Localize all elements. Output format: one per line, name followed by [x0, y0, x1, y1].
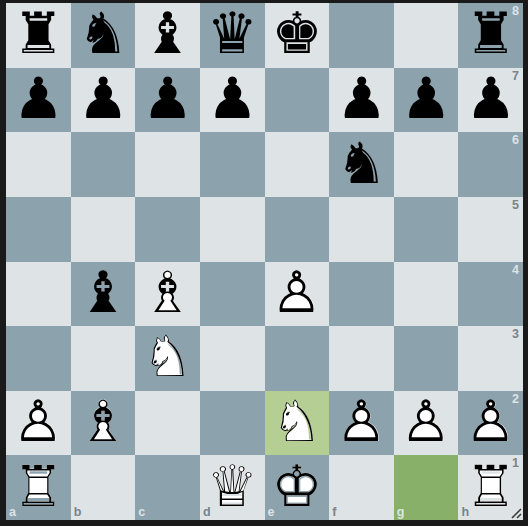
square-e2[interactable]: ♞♘ — [265, 391, 330, 456]
board-resize-handle[interactable] — [510, 507, 522, 519]
piece-black-king[interactable]: ♚ — [265, 3, 330, 68]
piece-glyph-outline: ♕ — [200, 455, 265, 520]
piece-glyph-fill: ♝ — [135, 3, 200, 68]
square-d6[interactable] — [200, 132, 265, 197]
coord-rank-3: 3 — [512, 327, 519, 341]
piece-black-rook[interactable]: ♜ — [6, 3, 71, 68]
piece-glyph-outline: ♔ — [265, 455, 330, 520]
square-g7[interactable]: ♟ — [394, 68, 459, 133]
square-c4[interactable]: ♝♗ — [135, 262, 200, 327]
square-g8[interactable] — [394, 3, 459, 68]
square-h2[interactable]: 2♟♙ — [458, 391, 523, 456]
square-b4[interactable]: ♝ — [71, 262, 136, 327]
square-g1[interactable]: g — [394, 455, 459, 520]
coord-rank-6: 6 — [512, 133, 519, 147]
square-b8[interactable]: ♞ — [71, 3, 136, 68]
piece-glyph-fill: ♞ — [71, 3, 136, 68]
coord-rank-4: 4 — [512, 263, 519, 277]
coord-file-g: g — [397, 505, 405, 519]
piece-white-pawn[interactable]: ♟♙ — [329, 391, 394, 456]
square-g4[interactable] — [394, 262, 459, 327]
square-b6[interactable] — [71, 132, 136, 197]
board-frame: ♜♞♝♛♚8♜♟♟♟♟♟♟7♟♞65♝♝♗♟♙4♞♘3♟♙♝♗♞♘♟♙♟♙2♟♙… — [0, 0, 528, 526]
piece-black-pawn[interactable]: ♟ — [458, 68, 523, 133]
piece-glyph-fill: ♜ — [458, 3, 523, 68]
square-g5[interactable] — [394, 197, 459, 262]
square-c6[interactable] — [135, 132, 200, 197]
square-b1[interactable]: b — [71, 455, 136, 520]
square-a1[interactable]: a♜♖ — [6, 455, 71, 520]
square-f3[interactable] — [329, 326, 394, 391]
piece-white-pawn[interactable]: ♟♙ — [6, 391, 71, 456]
square-h6[interactable]: 6 — [458, 132, 523, 197]
square-e8[interactable]: ♚ — [265, 3, 330, 68]
square-e1[interactable]: e♚♔ — [265, 455, 330, 520]
piece-white-knight[interactable]: ♞♘ — [265, 391, 330, 456]
piece-white-pawn[interactable]: ♟♙ — [394, 391, 459, 456]
square-h3[interactable]: 3 — [458, 326, 523, 391]
square-f1[interactable]: f — [329, 455, 394, 520]
piece-glyph-fill: ♟ — [329, 68, 394, 133]
coord-file-f: f — [332, 505, 336, 519]
piece-glyph-outline: ♘ — [265, 391, 330, 456]
square-a5[interactable] — [6, 197, 71, 262]
square-h1[interactable]: 1h♜♖ — [458, 455, 523, 520]
piece-black-pawn[interactable]: ♟ — [71, 68, 136, 133]
square-f8[interactable] — [329, 3, 394, 68]
piece-glyph-outline: ♗ — [71, 391, 136, 456]
piece-glyph-fill: ♛ — [200, 3, 265, 68]
square-a6[interactable] — [6, 132, 71, 197]
square-e7[interactable] — [265, 68, 330, 133]
piece-black-bishop[interactable]: ♝ — [135, 3, 200, 68]
square-d4[interactable] — [200, 262, 265, 327]
square-f6[interactable]: ♞ — [329, 132, 394, 197]
piece-black-queen[interactable]: ♛ — [200, 3, 265, 68]
piece-glyph-outline: ♙ — [265, 262, 330, 327]
piece-black-bishop[interactable]: ♝ — [71, 262, 136, 327]
square-a8[interactable]: ♜ — [6, 3, 71, 68]
square-b5[interactable] — [71, 197, 136, 262]
piece-glyph-outline: ♖ — [6, 455, 71, 520]
chess-board: ♜♞♝♛♚8♜♟♟♟♟♟♟7♟♞65♝♝♗♟♙4♞♘3♟♙♝♗♞♘♟♙♟♙2♟♙… — [6, 3, 523, 520]
piece-black-pawn[interactable]: ♟ — [6, 68, 71, 133]
square-f5[interactable] — [329, 197, 394, 262]
square-g6[interactable] — [394, 132, 459, 197]
piece-glyph-fill: ♝ — [71, 262, 136, 327]
piece-black-pawn[interactable]: ♟ — [394, 68, 459, 133]
square-d5[interactable] — [200, 197, 265, 262]
square-e3[interactable] — [265, 326, 330, 391]
square-e6[interactable] — [265, 132, 330, 197]
square-c7[interactable]: ♟ — [135, 68, 200, 133]
piece-glyph-outline: ♙ — [394, 391, 459, 456]
piece-black-pawn[interactable]: ♟ — [329, 68, 394, 133]
piece-glyph-fill: ♟ — [394, 68, 459, 133]
square-h5[interactable]: 5 — [458, 197, 523, 262]
square-c2[interactable] — [135, 391, 200, 456]
square-a7[interactable]: ♟ — [6, 68, 71, 133]
piece-glyph-fill: ♜ — [6, 3, 71, 68]
piece-white-bishop[interactable]: ♝♗ — [135, 262, 200, 327]
piece-white-bishop[interactable]: ♝♗ — [71, 391, 136, 456]
square-d3[interactable] — [200, 326, 265, 391]
piece-glyph-fill: ♟ — [200, 68, 265, 133]
piece-black-knight[interactable]: ♞ — [329, 132, 394, 197]
square-b7[interactable]: ♟ — [71, 68, 136, 133]
piece-white-pawn[interactable]: ♟♙ — [265, 262, 330, 327]
square-a2[interactable]: ♟♙ — [6, 391, 71, 456]
piece-glyph-outline: ♙ — [6, 391, 71, 456]
piece-black-rook[interactable]: ♜ — [458, 3, 523, 68]
square-d8[interactable]: ♛ — [200, 3, 265, 68]
square-f4[interactable] — [329, 262, 394, 327]
square-f7[interactable]: ♟ — [329, 68, 394, 133]
square-h8[interactable]: 8♜ — [458, 3, 523, 68]
square-c5[interactable] — [135, 197, 200, 262]
square-d2[interactable] — [200, 391, 265, 456]
piece-white-knight[interactable]: ♞♘ — [135, 326, 200, 391]
piece-black-pawn[interactable]: ♟ — [135, 68, 200, 133]
square-e4[interactable]: ♟♙ — [265, 262, 330, 327]
piece-black-pawn[interactable]: ♟ — [200, 68, 265, 133]
square-g3[interactable] — [394, 326, 459, 391]
square-h4[interactable]: 4 — [458, 262, 523, 327]
piece-white-queen[interactable]: ♛♕ — [200, 455, 265, 520]
piece-black-knight[interactable]: ♞ — [71, 3, 136, 68]
coord-file-c: c — [138, 505, 145, 519]
piece-white-pawn[interactable]: ♟♙ — [458, 391, 523, 456]
piece-glyph-outline: ♗ — [135, 262, 200, 327]
piece-glyph-fill: ♟ — [135, 68, 200, 133]
piece-white-king[interactable]: ♚♔ — [265, 455, 330, 520]
square-d7[interactable]: ♟ — [200, 68, 265, 133]
coord-file-b: b — [74, 505, 82, 519]
square-b3[interactable] — [71, 326, 136, 391]
square-g2[interactable]: ♟♙ — [394, 391, 459, 456]
piece-glyph-fill: ♞ — [329, 132, 394, 197]
square-e5[interactable] — [265, 197, 330, 262]
square-c3[interactable]: ♞♘ — [135, 326, 200, 391]
coord-rank-5: 5 — [512, 198, 519, 212]
piece-glyph-fill: ♚ — [265, 3, 330, 68]
piece-white-rook[interactable]: ♜♖ — [6, 455, 71, 520]
square-c8[interactable]: ♝ — [135, 3, 200, 68]
square-d1[interactable]: d♛♕ — [200, 455, 265, 520]
piece-glyph-fill: ♟ — [458, 68, 523, 133]
square-h7[interactable]: 7♟ — [458, 68, 523, 133]
piece-glyph-fill: ♟ — [71, 68, 136, 133]
piece-glyph-outline: ♙ — [458, 391, 523, 456]
piece-glyph-outline: ♙ — [329, 391, 394, 456]
piece-glyph-fill: ♟ — [6, 68, 71, 133]
square-c1[interactable]: c — [135, 455, 200, 520]
piece-glyph-outline: ♘ — [135, 326, 200, 391]
square-a4[interactable] — [6, 262, 71, 327]
square-a3[interactable] — [6, 326, 71, 391]
square-f2[interactable]: ♟♙ — [329, 391, 394, 456]
square-b2[interactable]: ♝♗ — [71, 391, 136, 456]
